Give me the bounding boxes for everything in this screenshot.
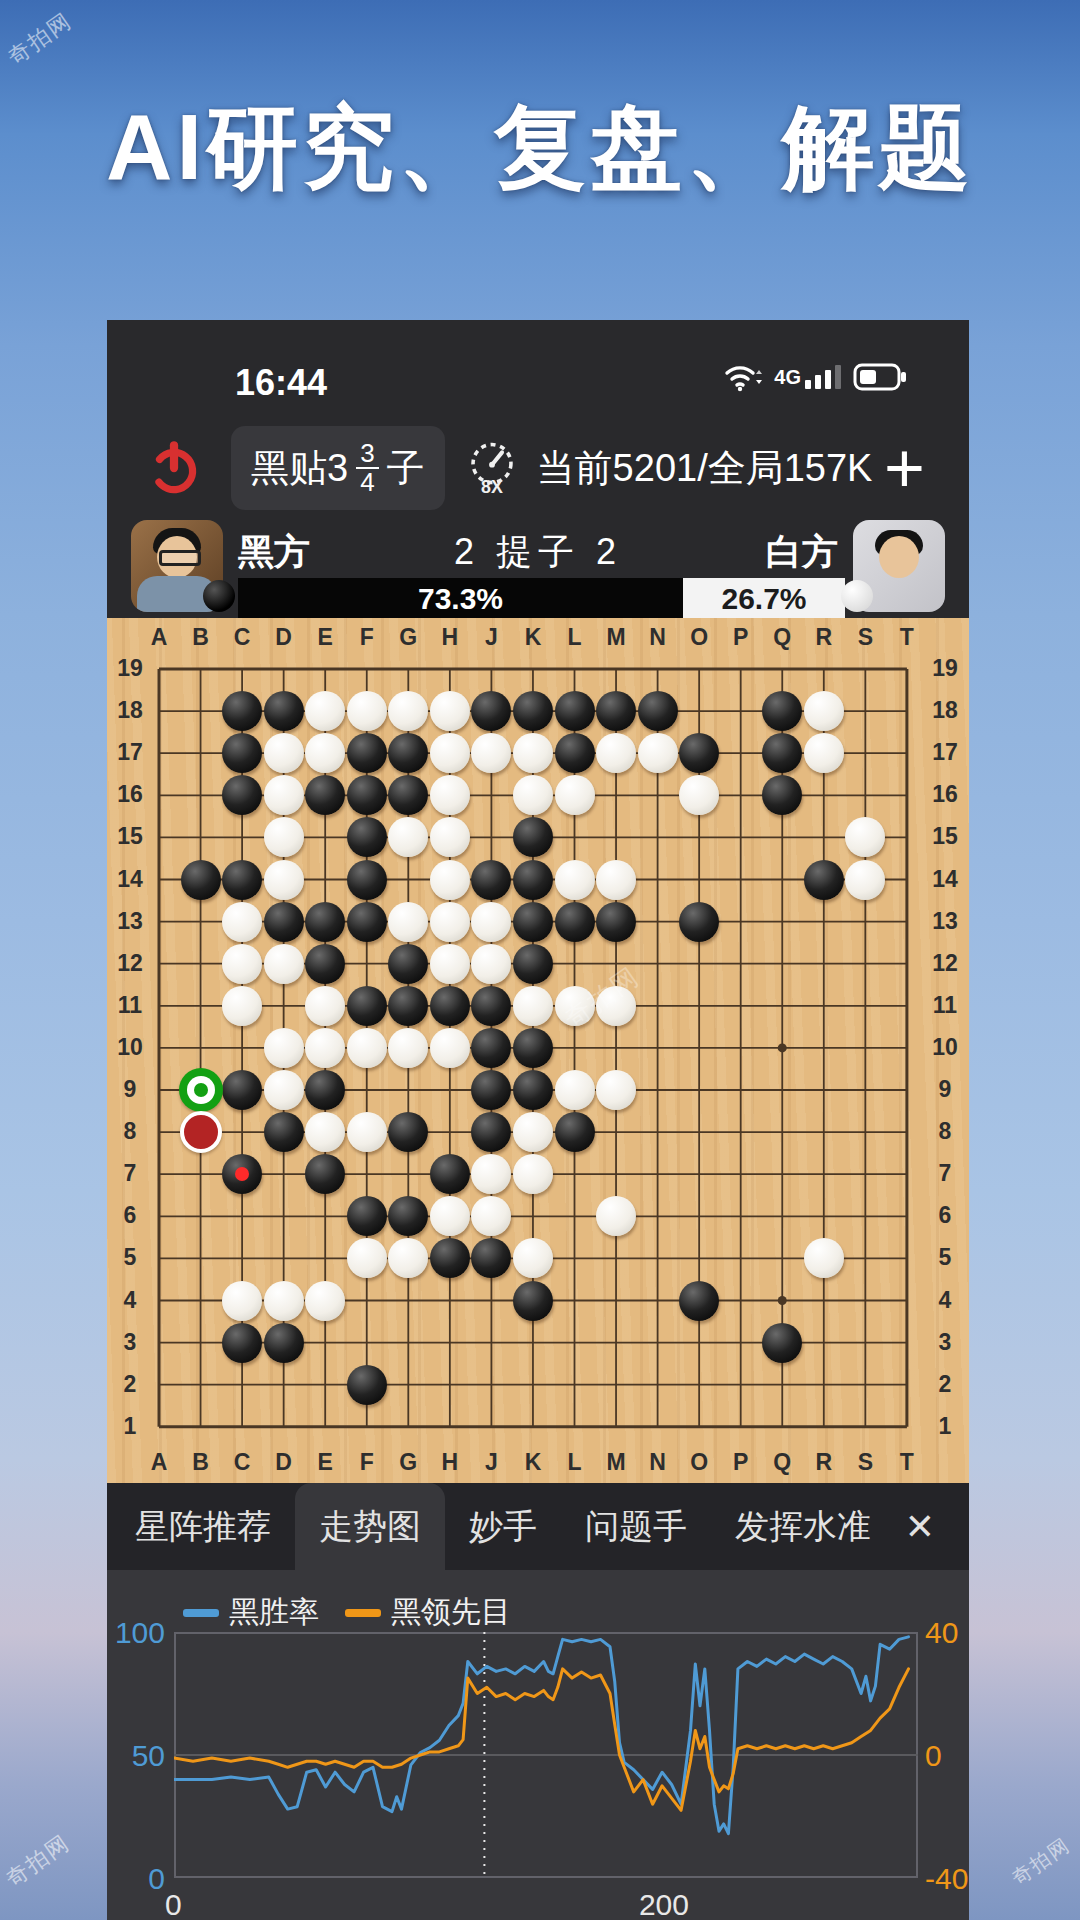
battery-icon [853,362,909,392]
black-stone-D8 [264,1112,304,1152]
col-label-top: D [263,624,305,651]
black-stone-K4 [513,1281,553,1321]
row-label-right: 3 [924,1329,966,1356]
white-stone-F5 [347,1238,387,1278]
tab-问题手[interactable]: 问题手 [561,1483,711,1570]
black-stone-F11 [347,986,387,1026]
col-label-top: F [346,624,388,651]
black-stone-E9 [305,1070,345,1110]
row-label-left: 19 [109,655,151,682]
white-stone-F8 [347,1112,387,1152]
legend-item-黑领先目: 黑领先目 [345,1592,511,1633]
cellular-icon: 4G [774,365,841,389]
col-label-bottom: G [387,1449,429,1476]
white-stone-H13 [430,902,470,942]
black-stone-F2 [347,1365,387,1405]
black-stone-K14 [513,860,553,900]
col-label-bottom: R [803,1449,845,1476]
col-label-top: H [429,624,471,651]
col-label-top: P [720,624,762,651]
white-stone-D4 [264,1281,304,1321]
bottom-tab-bar: 星阵推荐走势图妙手问题手发挥水准✕ [107,1483,969,1570]
network-type-label: 4G [774,366,801,389]
black-stone-J11 [471,986,511,1026]
black-stone-L18 [555,691,595,731]
white-stone-R17 [804,733,844,773]
col-label-bottom: M [595,1449,637,1476]
row-label-left: 5 [109,1244,151,1271]
left-axis-tick-100: 100 [109,1616,165,1650]
white-stone-R5 [804,1238,844,1278]
black-stone-K12 [513,944,553,984]
row-label-left: 4 [109,1287,151,1314]
white-stone-J12 [471,944,511,984]
col-label-bottom: P [720,1449,762,1476]
col-label-top: M [595,624,637,651]
white-stone-badge [841,580,873,612]
x-axis-tick-200: 200 [639,1888,689,1920]
black-stone-K13 [513,902,553,942]
col-label-top: A [138,624,180,651]
black-stone-H7 [430,1154,470,1194]
white-stone-E4 [305,1281,345,1321]
row-label-left: 11 [109,992,151,1019]
row-label-right: 8 [924,1118,966,1145]
left-axis-tick-0: 0 [109,1862,165,1896]
row-label-right: 18 [924,697,966,724]
row-label-left: 6 [109,1202,151,1229]
white-stone-D16 [264,775,304,815]
white-stone-H18 [430,691,470,731]
white-stone-L11 [555,986,595,1026]
black-stone-F17 [347,733,387,773]
row-label-right: 5 [924,1244,966,1271]
col-label-top: G [387,624,429,651]
white-stone-M14 [596,860,636,900]
white-stone-D14 [264,860,304,900]
player-bar: 黑方 2 提子 2 白方 73.3% 26.7% [107,516,969,628]
app-window: 16:44 4G [107,320,969,1920]
row-label-right: 17 [924,739,966,766]
watermark-bottom-right: 奇拍网 [1006,1832,1076,1892]
white-stone-M17 [596,733,636,773]
row-label-left: 3 [109,1329,151,1356]
col-label-bottom: J [470,1449,512,1476]
black-stone-F16 [347,775,387,815]
col-label-bottom: B [180,1449,222,1476]
black-stone-E12 [305,944,345,984]
chart-plot-area[interactable] [174,1632,918,1878]
row-label-right: 9 [924,1076,966,1103]
white-stone-H15 [430,817,470,857]
white-stone-L14 [555,860,595,900]
col-label-top: T [886,624,928,651]
row-label-right: 10 [924,1034,966,1061]
banner-title: AI研究、复盘、解题 [0,86,1080,210]
col-label-bottom: N [637,1449,679,1476]
white-stone-K11 [513,986,553,1026]
white-stone-G13 [388,902,428,942]
white-stone-E8 [305,1112,345,1152]
black-stone-F13 [347,902,387,942]
white-stone-S14 [845,860,885,900]
white-stone-N17 [638,733,678,773]
toolbar: 黑贴3 34 子 8X 当前5201/全局157K + [107,420,969,516]
col-label-bottom: A [138,1449,180,1476]
white-stone-C11 [222,986,262,1026]
wifi-icon [724,362,762,392]
close-panel-icon[interactable]: ✕ [905,1483,935,1570]
chart-legend: 黑胜率黑领先目 [183,1592,511,1633]
white-stone-K17 [513,733,553,773]
col-label-bottom: C [221,1449,263,1476]
white-stone-D17 [264,733,304,773]
row-label-left: 17 [109,739,151,766]
black-winrate-segment: 73.3% [238,578,683,620]
black-stone-D3 [264,1323,304,1363]
tab-发挥水准[interactable]: 发挥水准 [711,1483,895,1570]
speed-gauge-icon[interactable]: 8X [465,439,519,497]
black-stone-K9 [513,1070,553,1110]
white-stone-J13 [471,902,511,942]
row-label-left: 9 [109,1076,151,1103]
winrate-bar: 73.3% 26.7% [238,578,845,620]
tab-妙手[interactable]: 妙手 [445,1483,561,1570]
watermark-top-left: 奇拍网 [2,6,78,72]
right-axis-tick-40: 40 [925,1616,995,1650]
white-stone-F18 [347,691,387,731]
row-label-left: 13 [109,908,151,935]
red-circle-marker-B8 [180,1111,222,1153]
black-stone-F14 [347,860,387,900]
col-label-top: C [221,624,263,651]
white-stone-H6 [430,1196,470,1236]
tab-星阵推荐[interactable]: 星阵推荐 [111,1483,295,1570]
row-label-left: 2 [109,1371,151,1398]
watermark-bottom-left: 奇拍网 [0,1828,76,1894]
col-label-bottom: E [304,1449,346,1476]
col-label-top: B [180,624,222,651]
row-label-right: 6 [924,1202,966,1229]
row-label-right: 15 [924,823,966,850]
white-stone-D10 [264,1028,304,1068]
black-stone-C3 [222,1323,262,1363]
white-stone-E18 [305,691,345,731]
white-stone-L16 [555,775,595,815]
white-stone-H17 [430,733,470,773]
white-stone-H10 [430,1028,470,1068]
row-label-right: 12 [924,950,966,977]
white-stone-F10 [347,1028,387,1068]
black-stone-E13 [305,902,345,942]
black-stone-C18 [222,691,262,731]
white-player-label: 白方 [766,528,838,577]
black-stone-N18 [638,691,678,731]
black-stone-L13 [555,902,595,942]
row-label-right: 16 [924,781,966,808]
row-label-left: 12 [109,950,151,977]
col-label-bottom: D [263,1449,305,1476]
row-label-right: 7 [924,1160,966,1187]
black-stone-H11 [430,986,470,1026]
col-label-top: N [637,624,679,651]
white-stone-L9 [555,1070,595,1110]
white-stone-C12 [222,944,262,984]
green-circle-marker-B9 [179,1068,223,1112]
white-stone-H16 [430,775,470,815]
clock-time: 16:44 [235,362,327,404]
black-stone-J14 [471,860,511,900]
black-stone-D18 [264,691,304,731]
row-label-right: 13 [924,908,966,935]
komi-prefix: 黑贴3 [251,443,348,494]
col-label-top: R [803,624,845,651]
col-label-top: J [470,624,512,651]
komi-setting-button[interactable]: 黑贴3 34 子 [231,426,445,510]
star-point [778,1043,787,1052]
col-label-bottom: H [429,1449,471,1476]
black-stone-B14 [181,860,221,900]
komi-suffix: 子 [387,443,425,494]
black-stone-C14 [222,860,262,900]
black-stone-F6 [347,1196,387,1236]
go-board[interactable]: AABBCCDDEEFFGGHHJJKKLLMMNNOOPPQQRRSSTT19… [107,618,969,1483]
white-stone-D9 [264,1070,304,1110]
col-label-top: O [678,624,720,651]
row-label-left: 16 [109,781,151,808]
star-point [778,1296,787,1305]
col-label-bottom: F [346,1449,388,1476]
black-stone-G12 [388,944,428,984]
white-stone-E10 [305,1028,345,1068]
row-label-left: 7 [109,1160,151,1187]
white-stone-D15 [264,817,304,857]
black-stone-C17 [222,733,262,773]
legend-item-黑胜率: 黑胜率 [183,1592,319,1633]
row-label-left: 14 [109,866,151,893]
col-label-top: L [554,624,596,651]
black-stone-badge [203,580,235,612]
white-stone-K16 [513,775,553,815]
row-label-right: 1 [924,1413,966,1440]
row-label-right: 4 [924,1287,966,1314]
tab-走势图[interactable]: 走势图 [295,1483,445,1570]
black-stone-L17 [555,733,595,773]
black-stone-Q3 [762,1323,802,1363]
row-label-left: 1 [109,1413,151,1440]
row-label-right: 2 [924,1371,966,1398]
row-label-right: 14 [924,866,966,893]
svg-text:8X: 8X [481,477,503,497]
white-stone-G10 [388,1028,428,1068]
black-stone-D13 [264,902,304,942]
winrate-chart-panel: 黑胜率黑领先目 100500400-400200 [107,1570,969,1920]
white-stone-D12 [264,944,304,984]
black-stone-L8 [555,1112,595,1152]
row-label-right: 11 [924,992,966,1019]
black-stone-G11 [388,986,428,1026]
col-label-bottom: K [512,1449,554,1476]
white-stone-K7 [513,1154,553,1194]
power-button[interactable] [143,437,205,499]
white-stone-M9 [596,1070,636,1110]
col-label-bottom: Q [761,1449,803,1476]
col-label-bottom: O [678,1449,720,1476]
row-label-left: 10 [109,1034,151,1061]
captures-counter: 2 提子 2 [107,528,969,577]
col-label-bottom: L [554,1449,596,1476]
col-label-bottom: S [844,1449,886,1476]
white-stone-M11 [596,986,636,1026]
white-stone-E11 [305,986,345,1026]
row-label-left: 8 [109,1118,151,1145]
col-label-top: S [844,624,886,651]
right-axis-tick--40: -40 [925,1862,995,1896]
add-button[interactable]: + [884,438,925,498]
black-stone-K18 [513,691,553,731]
x-axis-tick-0: 0 [165,1888,182,1920]
komi-fraction: 34 [356,440,378,497]
black-stone-M13 [596,902,636,942]
white-stone-C13 [222,902,262,942]
white-stone-H14 [430,860,470,900]
analysis-progress-text: 当前5201/全局157K [537,443,885,494]
white-stone-C4 [222,1281,262,1321]
white-stone-H12 [430,944,470,984]
black-stone-C9 [222,1070,262,1110]
col-label-bottom: T [886,1449,928,1476]
white-stone-R18 [804,691,844,731]
black-stone-R14 [804,860,844,900]
right-axis-tick-0: 0 [925,1739,995,1773]
row-label-right: 19 [924,655,966,682]
black-stone-K10 [513,1028,553,1068]
white-stone-K8 [513,1112,553,1152]
row-label-left: 18 [109,697,151,724]
black-stone-H5 [430,1238,470,1278]
black-stone-M18 [596,691,636,731]
black-stone-F15 [347,817,387,857]
status-bar: 16:44 4G [107,348,969,414]
col-label-top: E [304,624,346,651]
row-label-left: 15 [109,823,151,850]
black-stone-O13 [679,902,719,942]
left-axis-tick-50: 50 [109,1739,165,1773]
col-label-top: K [512,624,554,651]
white-winrate-segment: 26.7% [683,578,845,620]
col-label-top: Q [761,624,803,651]
black-stone-O4 [679,1281,719,1321]
